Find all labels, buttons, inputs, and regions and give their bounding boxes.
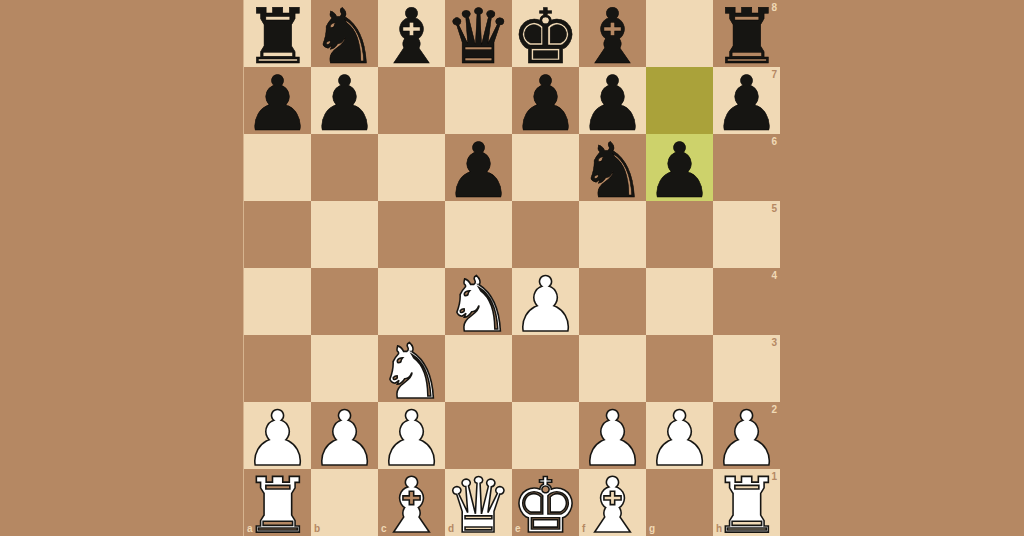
- square-d3[interactable]: [445, 335, 512, 402]
- square-c6[interactable]: [378, 134, 445, 201]
- page-background: ♜♞♝♛♚♝♜8♟♟♟♟♟7♟♞♟65♞♟4♞3♟♟♟♟♟♟2♜ab♝c♛d♚e…: [0, 0, 1024, 536]
- square-g3[interactable]: [646, 335, 713, 402]
- rank-label-2: 2: [771, 405, 777, 415]
- square-e7[interactable]: ♟: [512, 67, 579, 134]
- file-label-d: d: [448, 524, 454, 534]
- square-c8[interactable]: ♝: [378, 0, 445, 67]
- square-d5[interactable]: [445, 201, 512, 268]
- white-pawn[interactable]: ♟: [511, 267, 579, 343]
- square-f1[interactable]: ♝f: [579, 469, 646, 536]
- rank-label-8: 8: [771, 3, 777, 13]
- square-h1[interactable]: ♜1h: [713, 469, 780, 536]
- square-g1[interactable]: g: [646, 469, 713, 536]
- square-g4[interactable]: [646, 268, 713, 335]
- square-h8[interactable]: ♜8: [713, 0, 780, 67]
- white-rook[interactable]: ♜: [243, 468, 311, 536]
- white-pawn[interactable]: ♟: [645, 401, 713, 477]
- square-b8[interactable]: ♞: [311, 0, 378, 67]
- square-h6[interactable]: 6: [713, 134, 780, 201]
- square-a5[interactable]: [244, 201, 311, 268]
- square-g8[interactable]: [646, 0, 713, 67]
- square-b7[interactable]: ♟: [311, 67, 378, 134]
- square-e6[interactable]: [512, 134, 579, 201]
- file-label-e: e: [515, 524, 521, 534]
- square-b1[interactable]: b: [311, 469, 378, 536]
- square-g6[interactable]: ♟: [646, 134, 713, 201]
- square-a6[interactable]: [244, 134, 311, 201]
- black-pawn[interactable]: ♟: [645, 133, 713, 209]
- square-f4[interactable]: [579, 268, 646, 335]
- square-c7[interactable]: [378, 67, 445, 134]
- square-h7[interactable]: ♟7: [713, 67, 780, 134]
- square-e2[interactable]: [512, 402, 579, 469]
- file-label-c: c: [381, 524, 387, 534]
- black-pawn[interactable]: ♟: [444, 133, 512, 209]
- square-a7[interactable]: ♟: [244, 67, 311, 134]
- black-knight[interactable]: ♞: [578, 133, 646, 209]
- white-bishop[interactable]: ♝: [377, 468, 445, 536]
- square-b5[interactable]: [311, 201, 378, 268]
- chess-board: ♜♞♝♛♚♝♜8♟♟♟♟♟7♟♞♟65♞♟4♞3♟♟♟♟♟♟2♜ab♝c♛d♚e…: [244, 0, 780, 536]
- white-king[interactable]: ♚: [511, 468, 579, 536]
- rank-label-5: 5: [771, 204, 777, 214]
- square-g2[interactable]: ♟: [646, 402, 713, 469]
- square-g7[interactable]: [646, 67, 713, 134]
- square-h4[interactable]: 4: [713, 268, 780, 335]
- square-a2[interactable]: ♟: [244, 402, 311, 469]
- square-b4[interactable]: [311, 268, 378, 335]
- square-h3[interactable]: 3: [713, 335, 780, 402]
- square-f2[interactable]: ♟: [579, 402, 646, 469]
- white-knight[interactable]: ♞: [444, 267, 512, 343]
- square-d1[interactable]: ♛d: [445, 469, 512, 536]
- rank-label-6: 6: [771, 137, 777, 147]
- black-pawn[interactable]: ♟: [712, 66, 780, 142]
- square-c3[interactable]: ♞: [378, 335, 445, 402]
- white-bishop[interactable]: ♝: [578, 468, 646, 536]
- black-pawn[interactable]: ♟: [310, 66, 378, 142]
- file-label-h: h: [716, 524, 722, 534]
- square-e5[interactable]: [512, 201, 579, 268]
- square-d8[interactable]: ♛: [445, 0, 512, 67]
- white-pawn[interactable]: ♟: [310, 401, 378, 477]
- file-label-g: g: [649, 524, 655, 534]
- square-a1[interactable]: ♜a: [244, 469, 311, 536]
- square-g5[interactable]: [646, 201, 713, 268]
- white-queen[interactable]: ♛: [444, 468, 512, 536]
- square-f5[interactable]: [579, 201, 646, 268]
- rank-label-3: 3: [771, 338, 777, 348]
- square-h2[interactable]: ♟2: [713, 402, 780, 469]
- square-b2[interactable]: ♟: [311, 402, 378, 469]
- square-a4[interactable]: [244, 268, 311, 335]
- square-d6[interactable]: ♟: [445, 134, 512, 201]
- square-d4[interactable]: ♞: [445, 268, 512, 335]
- file-label-f: f: [582, 524, 585, 534]
- square-f8[interactable]: ♝: [579, 0, 646, 67]
- square-a3[interactable]: [244, 335, 311, 402]
- square-b3[interactable]: [311, 335, 378, 402]
- square-e8[interactable]: ♚: [512, 0, 579, 67]
- file-label-b: b: [314, 524, 320, 534]
- square-c1[interactable]: ♝c: [378, 469, 445, 536]
- square-f3[interactable]: [579, 335, 646, 402]
- square-c5[interactable]: [378, 201, 445, 268]
- rank-label-1: 1: [771, 472, 777, 482]
- black-pawn[interactable]: ♟: [243, 66, 311, 142]
- square-f6[interactable]: ♞: [579, 134, 646, 201]
- square-c4[interactable]: [378, 268, 445, 335]
- square-a8[interactable]: ♜: [244, 0, 311, 67]
- white-rook[interactable]: ♜: [712, 468, 780, 536]
- square-b6[interactable]: [311, 134, 378, 201]
- black-queen[interactable]: ♛: [444, 0, 512, 75]
- square-e4[interactable]: ♟: [512, 268, 579, 335]
- square-e3[interactable]: [512, 335, 579, 402]
- square-f7[interactable]: ♟: [579, 67, 646, 134]
- black-bishop[interactable]: ♝: [377, 0, 445, 75]
- square-h5[interactable]: 5: [713, 201, 780, 268]
- rank-label-4: 4: [771, 271, 777, 281]
- black-pawn[interactable]: ♟: [511, 66, 579, 142]
- square-c2[interactable]: ♟: [378, 402, 445, 469]
- file-label-a: a: [247, 524, 253, 534]
- square-d2[interactable]: [445, 402, 512, 469]
- square-d7[interactable]: [445, 67, 512, 134]
- square-e1[interactable]: ♚e: [512, 469, 579, 536]
- rank-label-7: 7: [771, 70, 777, 80]
